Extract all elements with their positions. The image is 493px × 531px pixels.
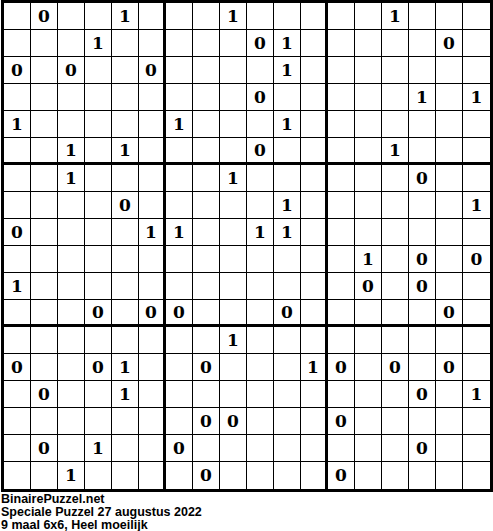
cell-r15c1[interactable]	[4, 381, 31, 408]
cell-r14c12[interactable]: 1	[301, 354, 328, 381]
cell-r1c12[interactable]	[301, 3, 328, 30]
cell-r9c2[interactable]	[31, 219, 58, 246]
cell-r12c2[interactable]	[31, 300, 58, 327]
cell-r12c7[interactable]: 0	[166, 300, 193, 327]
cell-r17c13[interactable]	[328, 435, 355, 462]
cell-r1c16[interactable]	[409, 3, 436, 30]
cell-r3c10[interactable]	[247, 57, 274, 84]
cell-r15c17[interactable]	[436, 381, 463, 408]
cell-r1c6[interactable]	[139, 3, 166, 30]
cell-r4c10[interactable]: 0	[247, 84, 274, 111]
cell-r14c9[interactable]	[220, 354, 247, 381]
cell-r4c6[interactable]	[139, 84, 166, 111]
cell-r14c18[interactable]	[463, 354, 490, 381]
cell-r2c5[interactable]	[112, 30, 139, 57]
cell-r12c15[interactable]	[382, 300, 409, 327]
cell-r15c6[interactable]	[139, 381, 166, 408]
cell-r9c14[interactable]	[355, 219, 382, 246]
cell-r4c1[interactable]	[4, 84, 31, 111]
cell-r1c17[interactable]	[436, 3, 463, 30]
cell-r3c12[interactable]	[301, 57, 328, 84]
cell-r9c8[interactable]	[193, 219, 220, 246]
cell-r9c4[interactable]	[85, 219, 112, 246]
cell-r17c3[interactable]	[58, 435, 85, 462]
cell-r4c15[interactable]	[382, 84, 409, 111]
cell-r7c6[interactable]	[139, 165, 166, 192]
cell-r4c8[interactable]	[193, 84, 220, 111]
cell-r3c9[interactable]	[220, 57, 247, 84]
cell-r17c2[interactable]: 0	[31, 435, 58, 462]
cell-r3c16[interactable]	[409, 57, 436, 84]
cell-r9c17[interactable]	[436, 219, 463, 246]
cell-r15c8[interactable]	[193, 381, 220, 408]
cell-r12c11[interactable]: 0	[274, 300, 301, 327]
cell-r2c14[interactable]	[355, 30, 382, 57]
cell-r3c8[interactable]	[193, 57, 220, 84]
cell-r6c12[interactable]	[301, 138, 328, 165]
cell-r15c11[interactable]	[274, 381, 301, 408]
cell-r2c11[interactable]: 1	[274, 30, 301, 57]
cell-r4c12[interactable]	[301, 84, 328, 111]
cell-r7c17[interactable]	[436, 165, 463, 192]
cell-r11c18[interactable]	[463, 273, 490, 300]
cell-r10c8[interactable]	[193, 246, 220, 273]
cell-r13c9[interactable]: 1	[220, 327, 247, 354]
cell-r8c3[interactable]	[58, 192, 85, 219]
cell-r8c8[interactable]	[193, 192, 220, 219]
cell-r17c8[interactable]	[193, 435, 220, 462]
cell-r10c7[interactable]	[166, 246, 193, 273]
cell-r4c4[interactable]	[85, 84, 112, 111]
cell-r18c13[interactable]: 0	[328, 462, 355, 489]
cell-r16c17[interactable]	[436, 408, 463, 435]
cell-r5c10[interactable]	[247, 111, 274, 138]
cell-r7c8[interactable]	[193, 165, 220, 192]
cell-r17c12[interactable]	[301, 435, 328, 462]
cell-r11c4[interactable]	[85, 273, 112, 300]
cell-r6c4[interactable]	[85, 138, 112, 165]
cell-r9c11[interactable]: 1	[274, 219, 301, 246]
cell-r15c12[interactable]	[301, 381, 328, 408]
cell-r9c5[interactable]	[112, 219, 139, 246]
cell-r5c4[interactable]	[85, 111, 112, 138]
cell-r15c16[interactable]: 0	[409, 381, 436, 408]
cell-r11c1[interactable]: 1	[4, 273, 31, 300]
cell-r3c2[interactable]	[31, 57, 58, 84]
cell-r8c9[interactable]	[220, 192, 247, 219]
cell-r1c4[interactable]	[85, 3, 112, 30]
cell-r10c4[interactable]	[85, 246, 112, 273]
cell-r12c14[interactable]	[355, 300, 382, 327]
cell-r4c11[interactable]	[274, 84, 301, 111]
cell-r17c4[interactable]: 1	[85, 435, 112, 462]
cell-r7c4[interactable]	[85, 165, 112, 192]
cell-r4c16[interactable]: 1	[409, 84, 436, 111]
cell-r6c5[interactable]: 1	[112, 138, 139, 165]
cell-r18c10[interactable]	[247, 462, 274, 489]
cell-r12c9[interactable]	[220, 300, 247, 327]
cell-r8c11[interactable]: 1	[274, 192, 301, 219]
cell-r17c6[interactable]	[139, 435, 166, 462]
cell-r6c15[interactable]: 1	[382, 138, 409, 165]
cell-r17c18[interactable]	[463, 435, 490, 462]
cell-r18c9[interactable]	[220, 462, 247, 489]
cell-r11c6[interactable]	[139, 273, 166, 300]
cell-r10c18[interactable]: 0	[463, 246, 490, 273]
cell-r14c10[interactable]	[247, 354, 274, 381]
cell-r3c7[interactable]	[166, 57, 193, 84]
cell-r16c5[interactable]	[112, 408, 139, 435]
cell-r5c3[interactable]	[58, 111, 85, 138]
cell-r9c15[interactable]	[382, 219, 409, 246]
cell-r16c3[interactable]	[58, 408, 85, 435]
cell-r6c10[interactable]: 0	[247, 138, 274, 165]
cell-r5c13[interactable]	[328, 111, 355, 138]
cell-r8c1[interactable]	[4, 192, 31, 219]
cell-r7c7[interactable]	[166, 165, 193, 192]
cell-r9c1[interactable]: 0	[4, 219, 31, 246]
cell-r6c16[interactable]	[409, 138, 436, 165]
cell-r2c9[interactable]	[220, 30, 247, 57]
cell-r13c2[interactable]	[31, 327, 58, 354]
cell-r7c16[interactable]: 0	[409, 165, 436, 192]
cell-r9c9[interactable]	[220, 219, 247, 246]
cell-r10c6[interactable]	[139, 246, 166, 273]
cell-r12c1[interactable]	[4, 300, 31, 327]
cell-r5c9[interactable]	[220, 111, 247, 138]
cell-r18c11[interactable]	[274, 462, 301, 489]
cell-r16c4[interactable]	[85, 408, 112, 435]
cell-r10c13[interactable]	[328, 246, 355, 273]
cell-r8c6[interactable]	[139, 192, 166, 219]
cell-r14c1[interactable]: 0	[4, 354, 31, 381]
cell-r3c5[interactable]	[112, 57, 139, 84]
cell-r1c1[interactable]	[4, 3, 31, 30]
cell-r14c2[interactable]	[31, 354, 58, 381]
cell-r13c12[interactable]	[301, 327, 328, 354]
cell-r1c5[interactable]: 1	[112, 3, 139, 30]
cell-r13c5[interactable]	[112, 327, 139, 354]
cell-r6c2[interactable]	[31, 138, 58, 165]
cell-r15c10[interactable]	[247, 381, 274, 408]
cell-r4c5[interactable]	[112, 84, 139, 111]
cell-r14c14[interactable]	[355, 354, 382, 381]
cell-r5c18[interactable]	[463, 111, 490, 138]
cell-r12c17[interactable]: 0	[436, 300, 463, 327]
cell-r9c7[interactable]: 1	[166, 219, 193, 246]
cell-r18c14[interactable]	[355, 462, 382, 489]
cell-r12c8[interactable]	[193, 300, 220, 327]
cell-r4c14[interactable]	[355, 84, 382, 111]
cell-r18c5[interactable]	[112, 462, 139, 489]
cell-r13c10[interactable]	[247, 327, 274, 354]
cell-r12c6[interactable]: 0	[139, 300, 166, 327]
cell-r4c2[interactable]	[31, 84, 58, 111]
cell-r7c18[interactable]	[463, 165, 490, 192]
cell-r5c11[interactable]: 1	[274, 111, 301, 138]
cell-r3c13[interactable]	[328, 57, 355, 84]
cell-r4c17[interactable]	[436, 84, 463, 111]
cell-r3c11[interactable]: 1	[274, 57, 301, 84]
cell-r9c18[interactable]	[463, 219, 490, 246]
cell-r11c11[interactable]	[274, 273, 301, 300]
cell-r13c16[interactable]	[409, 327, 436, 354]
cell-r12c12[interactable]	[301, 300, 328, 327]
cell-r17c9[interactable]	[220, 435, 247, 462]
cell-r9c10[interactable]: 1	[247, 219, 274, 246]
cell-r18c4[interactable]	[85, 462, 112, 489]
cell-r11c15[interactable]	[382, 273, 409, 300]
cell-r3c4[interactable]	[85, 57, 112, 84]
cell-r14c13[interactable]: 0	[328, 354, 355, 381]
cell-r11c17[interactable]	[436, 273, 463, 300]
cell-r16c6[interactable]	[139, 408, 166, 435]
cell-r16c9[interactable]: 0	[220, 408, 247, 435]
cell-r8c15[interactable]	[382, 192, 409, 219]
cell-r13c4[interactable]	[85, 327, 112, 354]
cell-r12c3[interactable]	[58, 300, 85, 327]
cell-r10c15[interactable]	[382, 246, 409, 273]
cell-r11c2[interactable]	[31, 273, 58, 300]
cell-r12c5[interactable]	[112, 300, 139, 327]
cell-r10c14[interactable]: 1	[355, 246, 382, 273]
cell-r17c10[interactable]	[247, 435, 274, 462]
cell-r14c17[interactable]: 0	[436, 354, 463, 381]
cell-r15c15[interactable]	[382, 381, 409, 408]
cell-r13c14[interactable]	[355, 327, 382, 354]
cell-r7c2[interactable]	[31, 165, 58, 192]
cell-r6c11[interactable]	[274, 138, 301, 165]
cell-r8c13[interactable]	[328, 192, 355, 219]
cell-r15c2[interactable]: 0	[31, 381, 58, 408]
cell-r18c7[interactable]	[166, 462, 193, 489]
cell-r16c10[interactable]	[247, 408, 274, 435]
cell-r8c14[interactable]	[355, 192, 382, 219]
cell-r6c8[interactable]	[193, 138, 220, 165]
cell-r12c4[interactable]: 0	[85, 300, 112, 327]
cell-r9c16[interactable]	[409, 219, 436, 246]
cell-r3c18[interactable]	[463, 57, 490, 84]
cell-r6c17[interactable]	[436, 138, 463, 165]
cell-r12c10[interactable]	[247, 300, 274, 327]
cell-r17c5[interactable]	[112, 435, 139, 462]
cell-r5c14[interactable]	[355, 111, 382, 138]
cell-r11c16[interactable]: 0	[409, 273, 436, 300]
cell-r18c1[interactable]	[4, 462, 31, 489]
cell-r1c8[interactable]	[193, 3, 220, 30]
cell-r9c6[interactable]: 1	[139, 219, 166, 246]
cell-r11c3[interactable]	[58, 273, 85, 300]
cell-r16c14[interactable]	[355, 408, 382, 435]
cell-r13c7[interactable]	[166, 327, 193, 354]
cell-r8c5[interactable]: 0	[112, 192, 139, 219]
cell-r8c7[interactable]	[166, 192, 193, 219]
cell-r10c9[interactable]	[220, 246, 247, 273]
cell-r2c3[interactable]	[58, 30, 85, 57]
cell-r11c14[interactable]: 0	[355, 273, 382, 300]
cell-r10c10[interactable]	[247, 246, 274, 273]
cell-r13c18[interactable]	[463, 327, 490, 354]
cell-r1c10[interactable]	[247, 3, 274, 30]
cell-r17c15[interactable]	[382, 435, 409, 462]
cell-r14c16[interactable]	[409, 354, 436, 381]
cell-r13c8[interactable]	[193, 327, 220, 354]
cell-r7c3[interactable]: 1	[58, 165, 85, 192]
cell-r3c14[interactable]	[355, 57, 382, 84]
cell-r13c15[interactable]	[382, 327, 409, 354]
cell-r17c1[interactable]	[4, 435, 31, 462]
cell-r7c10[interactable]	[247, 165, 274, 192]
cell-r18c18[interactable]	[463, 462, 490, 489]
cell-r3c3[interactable]: 0	[58, 57, 85, 84]
cell-r10c2[interactable]	[31, 246, 58, 273]
cell-r13c1[interactable]	[4, 327, 31, 354]
cell-r15c18[interactable]: 1	[463, 381, 490, 408]
cell-r4c18[interactable]: 1	[463, 84, 490, 111]
cell-r16c11[interactable]	[274, 408, 301, 435]
cell-r4c9[interactable]	[220, 84, 247, 111]
cell-r18c12[interactable]	[301, 462, 328, 489]
cell-r5c1[interactable]: 1	[4, 111, 31, 138]
cell-r1c3[interactable]	[58, 3, 85, 30]
cell-r7c9[interactable]: 1	[220, 165, 247, 192]
cell-r6c6[interactable]	[139, 138, 166, 165]
cell-r17c7[interactable]: 0	[166, 435, 193, 462]
cell-r11c10[interactable]	[247, 273, 274, 300]
cell-r1c2[interactable]: 0	[31, 3, 58, 30]
cell-r11c7[interactable]	[166, 273, 193, 300]
cell-r14c5[interactable]: 1	[112, 354, 139, 381]
cell-r11c12[interactable]	[301, 273, 328, 300]
cell-r14c3[interactable]	[58, 354, 85, 381]
cell-r8c16[interactable]	[409, 192, 436, 219]
cell-r18c8[interactable]: 0	[193, 462, 220, 489]
cell-r4c7[interactable]	[166, 84, 193, 111]
cell-r6c7[interactable]	[166, 138, 193, 165]
cell-r12c13[interactable]	[328, 300, 355, 327]
cell-r11c13[interactable]	[328, 273, 355, 300]
cell-r5c16[interactable]	[409, 111, 436, 138]
cell-r7c15[interactable]	[382, 165, 409, 192]
cell-r17c16[interactable]: 0	[409, 435, 436, 462]
cell-r2c7[interactable]	[166, 30, 193, 57]
cell-r1c7[interactable]	[166, 3, 193, 30]
cell-r18c2[interactable]	[31, 462, 58, 489]
cell-r18c17[interactable]	[436, 462, 463, 489]
cell-r6c18[interactable]	[463, 138, 490, 165]
cell-r5c12[interactable]	[301, 111, 328, 138]
cell-r8c18[interactable]: 1	[463, 192, 490, 219]
cell-r3c6[interactable]: 0	[139, 57, 166, 84]
cell-r16c8[interactable]: 0	[193, 408, 220, 435]
cell-r5c17[interactable]	[436, 111, 463, 138]
cell-r16c15[interactable]	[382, 408, 409, 435]
cell-r2c6[interactable]	[139, 30, 166, 57]
cell-r2c13[interactable]	[328, 30, 355, 57]
cell-r5c2[interactable]	[31, 111, 58, 138]
cell-r3c1[interactable]: 0	[4, 57, 31, 84]
cell-r5c7[interactable]: 1	[166, 111, 193, 138]
cell-r14c6[interactable]	[139, 354, 166, 381]
cell-r1c9[interactable]: 1	[220, 3, 247, 30]
cell-r16c13[interactable]: 0	[328, 408, 355, 435]
cell-r12c18[interactable]	[463, 300, 490, 327]
cell-r6c1[interactable]	[4, 138, 31, 165]
cell-r7c12[interactable]	[301, 165, 328, 192]
cell-r17c17[interactable]	[436, 435, 463, 462]
cell-r10c5[interactable]	[112, 246, 139, 273]
cell-r2c18[interactable]	[463, 30, 490, 57]
cell-r14c15[interactable]: 0	[382, 354, 409, 381]
cell-r2c4[interactable]: 1	[85, 30, 112, 57]
cell-r15c9[interactable]	[220, 381, 247, 408]
cell-r14c8[interactable]: 0	[193, 354, 220, 381]
cell-r2c15[interactable]	[382, 30, 409, 57]
cell-r18c16[interactable]	[409, 462, 436, 489]
cell-r9c3[interactable]	[58, 219, 85, 246]
cell-r5c15[interactable]	[382, 111, 409, 138]
cell-r15c7[interactable]	[166, 381, 193, 408]
cell-r7c14[interactable]	[355, 165, 382, 192]
cell-r13c3[interactable]	[58, 327, 85, 354]
cell-r2c12[interactable]	[301, 30, 328, 57]
cell-r13c13[interactable]	[328, 327, 355, 354]
cell-r10c3[interactable]	[58, 246, 85, 273]
cell-r16c18[interactable]	[463, 408, 490, 435]
cell-r16c12[interactable]	[301, 408, 328, 435]
cell-r15c5[interactable]: 1	[112, 381, 139, 408]
cell-r18c6[interactable]	[139, 462, 166, 489]
cell-r2c1[interactable]	[4, 30, 31, 57]
cell-r8c12[interactable]	[301, 192, 328, 219]
cell-r1c15[interactable]: 1	[382, 3, 409, 30]
cell-r2c17[interactable]: 0	[436, 30, 463, 57]
cell-r6c13[interactable]	[328, 138, 355, 165]
cell-r5c6[interactable]	[139, 111, 166, 138]
cell-r1c11[interactable]	[274, 3, 301, 30]
cell-r14c4[interactable]: 0	[85, 354, 112, 381]
cell-r10c12[interactable]	[301, 246, 328, 273]
cell-r4c3[interactable]	[58, 84, 85, 111]
cell-r7c1[interactable]	[4, 165, 31, 192]
cell-r7c13[interactable]	[328, 165, 355, 192]
cell-r12c16[interactable]	[409, 300, 436, 327]
cell-r16c16[interactable]	[409, 408, 436, 435]
cell-r10c16[interactable]: 0	[409, 246, 436, 273]
cell-r2c8[interactable]	[193, 30, 220, 57]
cell-r17c11[interactable]	[274, 435, 301, 462]
cell-r15c13[interactable]	[328, 381, 355, 408]
cell-r9c13[interactable]	[328, 219, 355, 246]
cell-r7c5[interactable]	[112, 165, 139, 192]
cell-r1c18[interactable]	[463, 3, 490, 30]
cell-r13c6[interactable]	[139, 327, 166, 354]
cell-r3c17[interactable]	[436, 57, 463, 84]
cell-r13c11[interactable]	[274, 327, 301, 354]
cell-r15c4[interactable]	[85, 381, 112, 408]
cell-r2c16[interactable]	[409, 30, 436, 57]
cell-r13c17[interactable]	[436, 327, 463, 354]
cell-r2c10[interactable]: 0	[247, 30, 274, 57]
cell-r5c8[interactable]	[193, 111, 220, 138]
cell-r15c3[interactable]	[58, 381, 85, 408]
cell-r17c14[interactable]	[355, 435, 382, 462]
cell-r6c3[interactable]: 1	[58, 138, 85, 165]
cell-r16c1[interactable]	[4, 408, 31, 435]
cell-r8c2[interactable]	[31, 192, 58, 219]
cell-r1c14[interactable]	[355, 3, 382, 30]
cell-r4c13[interactable]	[328, 84, 355, 111]
